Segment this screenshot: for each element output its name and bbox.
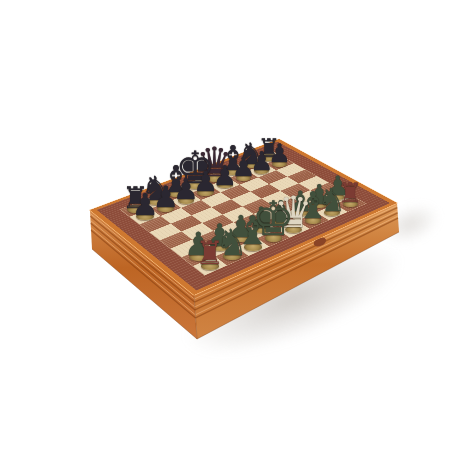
chess-set-photo: ♜♞♝♛♚♝♞♜♟♟♟♟♟♟♟♟♟♟♟♟♟♟♟♟♜♞♝♛♚♝♞♜ xyxy=(0,0,458,458)
